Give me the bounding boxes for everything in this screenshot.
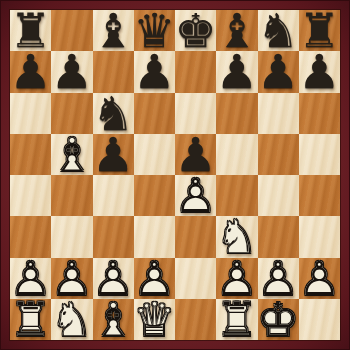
square-g4[interactable] xyxy=(258,175,299,216)
piece-glyph-outline: ♔ xyxy=(258,299,299,340)
square-e4[interactable]: ♟♙ xyxy=(175,175,216,216)
square-b4[interactable] xyxy=(51,175,92,216)
square-c5[interactable]: ♟ xyxy=(93,134,134,175)
square-e7[interactable] xyxy=(175,51,216,92)
piece-glyph-fill: ♟ xyxy=(51,51,92,92)
piece-glyph-fill: ♝ xyxy=(93,10,134,51)
piece-black-pawn[interactable]: ♟ xyxy=(258,51,299,92)
square-f5[interactable] xyxy=(216,134,257,175)
square-d1[interactable]: ♛♕ xyxy=(134,299,175,340)
square-f1[interactable]: ♜♖ xyxy=(216,299,257,340)
piece-glyph-outline: ♙ xyxy=(299,258,340,299)
square-a4[interactable] xyxy=(10,175,51,216)
square-f6[interactable] xyxy=(216,93,257,134)
square-a7[interactable]: ♟ xyxy=(10,51,51,92)
square-e1[interactable] xyxy=(175,299,216,340)
square-e2[interactable] xyxy=(175,258,216,299)
piece-white-king[interactable]: ♚♔ xyxy=(258,299,299,340)
piece-black-pawn[interactable]: ♟ xyxy=(134,51,175,92)
square-g5[interactable] xyxy=(258,134,299,175)
piece-glyph-fill: ♟ xyxy=(93,134,134,175)
piece-white-rook[interactable]: ♜♖ xyxy=(10,299,51,340)
piece-glyph-outline: ♘ xyxy=(51,299,92,340)
piece-black-pawn[interactable]: ♟ xyxy=(51,51,92,92)
square-c1[interactable]: ♝♗ xyxy=(93,299,134,340)
piece-white-knight[interactable]: ♞♘ xyxy=(51,299,92,340)
piece-black-pawn[interactable]: ♟ xyxy=(299,51,340,92)
square-a1[interactable]: ♜♖ xyxy=(10,299,51,340)
square-e8[interactable]: ♚ xyxy=(175,10,216,51)
square-h2[interactable]: ♟♙ xyxy=(299,258,340,299)
piece-white-bishop[interactable]: ♝♗ xyxy=(51,134,92,175)
square-a6[interactable] xyxy=(10,93,51,134)
square-d6[interactable] xyxy=(134,93,175,134)
square-f7[interactable]: ♟ xyxy=(216,51,257,92)
piece-white-pawn[interactable]: ♟♙ xyxy=(299,258,340,299)
square-b5[interactable]: ♝♗ xyxy=(51,134,92,175)
piece-glyph-fill: ♟ xyxy=(299,51,340,92)
piece-black-pawn[interactable]: ♟ xyxy=(216,51,257,92)
piece-glyph-fill: ♚ xyxy=(175,10,216,51)
piece-black-bishop[interactable]: ♝ xyxy=(93,10,134,51)
piece-glyph-outline: ♖ xyxy=(216,299,257,340)
square-d7[interactable]: ♟ xyxy=(134,51,175,92)
piece-white-bishop[interactable]: ♝♗ xyxy=(93,299,134,340)
square-h6[interactable] xyxy=(299,93,340,134)
square-a5[interactable] xyxy=(10,134,51,175)
square-b7[interactable]: ♟ xyxy=(51,51,92,92)
piece-black-pawn[interactable]: ♟ xyxy=(93,134,134,175)
square-h5[interactable] xyxy=(299,134,340,175)
square-b1[interactable]: ♞♘ xyxy=(51,299,92,340)
piece-black-pawn[interactable]: ♟ xyxy=(10,51,51,92)
square-d4[interactable] xyxy=(134,175,175,216)
piece-white-rook[interactable]: ♜♖ xyxy=(216,299,257,340)
piece-glyph-outline: ♗ xyxy=(93,299,134,340)
chess-board: ♜♝♛♚♝♞♜♟♟♟♟♟♟♞♝♗♟♟♟♙♞♘♟♙♟♙♟♙♟♙♟♙♟♙♟♙♜♖♞♘… xyxy=(10,10,340,340)
piece-glyph-fill: ♟ xyxy=(216,51,257,92)
piece-glyph-fill: ♟ xyxy=(134,51,175,92)
piece-white-pawn[interactable]: ♟♙ xyxy=(175,175,216,216)
piece-black-king[interactable]: ♚ xyxy=(175,10,216,51)
square-d5[interactable] xyxy=(134,134,175,175)
board-frame: ♜♝♛♚♝♞♜♟♟♟♟♟♟♞♝♗♟♟♟♙♞♘♟♙♟♙♟♙♟♙♟♙♟♙♟♙♜♖♞♘… xyxy=(0,0,350,350)
square-h7[interactable]: ♟ xyxy=(299,51,340,92)
piece-glyph-outline: ♗ xyxy=(51,134,92,175)
piece-glyph-fill: ♟ xyxy=(258,51,299,92)
square-g7[interactable]: ♟ xyxy=(258,51,299,92)
piece-white-queen[interactable]: ♛♕ xyxy=(134,299,175,340)
piece-glyph-outline: ♙ xyxy=(175,175,216,216)
square-c8[interactable]: ♝ xyxy=(93,10,134,51)
square-c4[interactable] xyxy=(93,175,134,216)
piece-glyph-fill: ♟ xyxy=(10,51,51,92)
square-h4[interactable] xyxy=(299,175,340,216)
piece-glyph-outline: ♕ xyxy=(134,299,175,340)
square-g1[interactable]: ♚♔ xyxy=(258,299,299,340)
square-h1[interactable] xyxy=(299,299,340,340)
piece-glyph-outline: ♖ xyxy=(10,299,51,340)
square-g6[interactable] xyxy=(258,93,299,134)
square-e3[interactable] xyxy=(175,216,216,257)
